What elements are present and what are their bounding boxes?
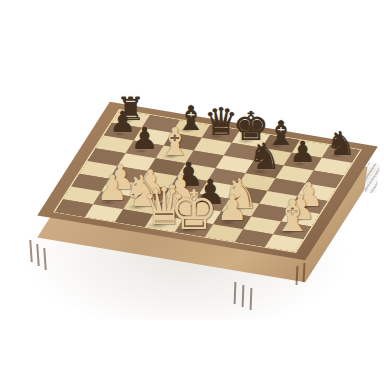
- white-king-e1: ♚: [170, 184, 218, 238]
- black-pawn-b6: ♟: [131, 125, 158, 155]
- black-knight-h8: ♞: [326, 127, 356, 160]
- black-pawn-g7: ♟: [290, 138, 316, 167]
- white-bishop-h2: ♝: [272, 194, 311, 238]
- pieces-layer: ♜♝♛♚♝♞♟♟♟♞♝♟♟♟♟♟♟♞♟♟♞♟♟♝♛♚: [0, 0, 384, 384]
- white-pawn-f2: ♟: [216, 192, 247, 227]
- chess-photo-scene: ♜♝♛♚♝♞♟♟♟♞♝♟♟♟♟♟♟♞♟♟♞♟♟♝♛♚: [0, 0, 384, 384]
